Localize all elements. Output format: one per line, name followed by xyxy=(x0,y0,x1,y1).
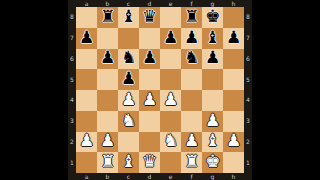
piece-white-knight: ♞ xyxy=(121,112,136,129)
rank-label-5: 5 xyxy=(68,69,76,90)
square-f1: ♜ xyxy=(181,152,202,173)
file-label-h: h xyxy=(223,173,244,180)
square-b4 xyxy=(97,90,118,111)
square-h3 xyxy=(223,111,244,132)
square-d1: ♛ xyxy=(139,152,160,173)
piece-black-pawn: ♟ xyxy=(226,29,241,46)
chess-board: ♜♝♛♜♚♟♟♟♝♟♟♞♟♞♟♟♟♟♟♞♟♟♟♞♟♝♟♜♝♛♜♚ xyxy=(76,7,244,173)
square-f5 xyxy=(181,69,202,90)
square-g6: ♟ xyxy=(202,49,223,70)
square-d7 xyxy=(139,28,160,49)
file-labels-top: abcdefgh xyxy=(76,0,244,7)
piece-white-pawn: ♟ xyxy=(205,112,220,129)
square-h1 xyxy=(223,152,244,173)
file-label-g: g xyxy=(202,0,223,7)
square-a5 xyxy=(76,69,97,90)
rank-label-7: 7 xyxy=(244,28,252,49)
piece-black-pawn: ♟ xyxy=(205,49,220,66)
piece-black-pawn: ♟ xyxy=(184,29,199,46)
piece-white-pawn: ♟ xyxy=(163,91,178,108)
piece-black-knight: ♞ xyxy=(184,49,199,66)
square-g2: ♝ xyxy=(202,132,223,153)
piece-white-king: ♚ xyxy=(205,153,220,170)
piece-white-pawn: ♟ xyxy=(121,91,136,108)
piece-black-bishop: ♝ xyxy=(205,29,220,46)
square-c8: ♝ xyxy=(118,7,139,28)
rank-label-3: 3 xyxy=(68,111,76,132)
square-a4 xyxy=(76,90,97,111)
piece-white-bishop: ♝ xyxy=(121,153,136,170)
rank-labels-right: 87654321 xyxy=(244,7,252,173)
square-a7: ♟ xyxy=(76,28,97,49)
rank-labels-left: 87654321 xyxy=(68,7,76,173)
file-label-a: a xyxy=(76,173,97,180)
square-b8: ♜ xyxy=(97,7,118,28)
rank-label-6: 6 xyxy=(68,49,76,70)
square-b1: ♜ xyxy=(97,152,118,173)
rank-label-2: 2 xyxy=(244,132,252,153)
square-b2: ♟ xyxy=(97,132,118,153)
square-e8 xyxy=(160,7,181,28)
square-f3 xyxy=(181,111,202,132)
square-c1: ♝ xyxy=(118,152,139,173)
file-label-b: b xyxy=(97,0,118,7)
piece-black-rook: ♜ xyxy=(184,8,199,25)
piece-black-bishop: ♝ xyxy=(121,8,136,25)
piece-white-pawn: ♟ xyxy=(100,132,115,149)
rank-label-1: 1 xyxy=(244,152,252,173)
piece-black-pawn: ♟ xyxy=(79,29,94,46)
piece-white-queen: ♛ xyxy=(142,153,157,170)
square-d8: ♛ xyxy=(139,7,160,28)
square-e1 xyxy=(160,152,181,173)
square-a3 xyxy=(76,111,97,132)
file-labels-bottom: abcdefgh xyxy=(76,173,244,180)
rank-label-6: 6 xyxy=(244,49,252,70)
square-a2: ♟ xyxy=(76,132,97,153)
square-b5 xyxy=(97,69,118,90)
square-h2: ♟ xyxy=(223,132,244,153)
piece-white-pawn: ♟ xyxy=(79,132,94,149)
square-d4: ♟ xyxy=(139,90,160,111)
square-d6: ♟ xyxy=(139,49,160,70)
square-h7: ♟ xyxy=(223,28,244,49)
square-f2: ♟ xyxy=(181,132,202,153)
square-e7: ♟ xyxy=(160,28,181,49)
piece-white-pawn: ♟ xyxy=(226,132,241,149)
piece-white-rook: ♜ xyxy=(100,153,115,170)
rank-label-4: 4 xyxy=(68,90,76,111)
file-label-e: e xyxy=(160,0,181,7)
rank-label-7: 7 xyxy=(68,28,76,49)
piece-black-pawn: ♟ xyxy=(121,70,136,87)
piece-black-queen: ♛ xyxy=(142,8,157,25)
square-g3: ♟ xyxy=(202,111,223,132)
rank-label-5: 5 xyxy=(244,69,252,90)
square-d3 xyxy=(139,111,160,132)
square-d5 xyxy=(139,69,160,90)
file-label-e: e xyxy=(160,173,181,180)
square-b7 xyxy=(97,28,118,49)
square-a6 xyxy=(76,49,97,70)
video-frame: abcdefgh 87654321 ♜♝♛♜♚♟♟♟♝♟♟♞♟♞♟♟♟♟♟♞♟♟… xyxy=(0,0,320,180)
rank-label-8: 8 xyxy=(244,7,252,28)
square-c2 xyxy=(118,132,139,153)
file-label-b: b xyxy=(97,173,118,180)
square-h8 xyxy=(223,7,244,28)
square-c5: ♟ xyxy=(118,69,139,90)
rank-label-3: 3 xyxy=(244,111,252,132)
file-label-h: h xyxy=(223,0,244,7)
piece-black-pawn: ♟ xyxy=(163,29,178,46)
file-label-g: g xyxy=(202,173,223,180)
square-g4 xyxy=(202,90,223,111)
square-a8 xyxy=(76,7,97,28)
rank-label-4: 4 xyxy=(244,90,252,111)
square-a1 xyxy=(76,152,97,173)
square-f8: ♜ xyxy=(181,7,202,28)
piece-black-knight: ♞ xyxy=(121,49,136,66)
piece-white-pawn: ♟ xyxy=(142,91,157,108)
square-e5 xyxy=(160,69,181,90)
file-label-d: d xyxy=(139,0,160,7)
rank-label-2: 2 xyxy=(68,132,76,153)
square-e3 xyxy=(160,111,181,132)
square-e4: ♟ xyxy=(160,90,181,111)
square-h6 xyxy=(223,49,244,70)
piece-white-pawn: ♟ xyxy=(184,132,199,149)
square-b3 xyxy=(97,111,118,132)
square-c6: ♞ xyxy=(118,49,139,70)
piece-black-rook: ♜ xyxy=(100,8,115,25)
file-label-f: f xyxy=(181,173,202,180)
square-f7: ♟ xyxy=(181,28,202,49)
square-c4: ♟ xyxy=(118,90,139,111)
square-e2: ♞ xyxy=(160,132,181,153)
file-label-f: f xyxy=(181,0,202,7)
square-c3: ♞ xyxy=(118,111,139,132)
piece-white-knight: ♞ xyxy=(163,132,178,149)
rank-label-1: 1 xyxy=(68,152,76,173)
piece-white-bishop: ♝ xyxy=(205,132,220,149)
square-g1: ♚ xyxy=(202,152,223,173)
square-g5 xyxy=(202,69,223,90)
file-label-a: a xyxy=(76,0,97,7)
square-g8: ♚ xyxy=(202,7,223,28)
piece-black-pawn: ♟ xyxy=(142,49,157,66)
square-h5 xyxy=(223,69,244,90)
piece-black-pawn: ♟ xyxy=(100,49,115,66)
square-d2 xyxy=(139,132,160,153)
file-label-c: c xyxy=(118,0,139,7)
square-h4 xyxy=(223,90,244,111)
rank-label-8: 8 xyxy=(68,7,76,28)
piece-white-rook: ♜ xyxy=(184,153,199,170)
square-g7: ♝ xyxy=(202,28,223,49)
square-e6 xyxy=(160,49,181,70)
square-f6: ♞ xyxy=(181,49,202,70)
file-label-c: c xyxy=(118,173,139,180)
chess-board-block: abcdefgh 87654321 ♜♝♛♜♚♟♟♟♝♟♟♞♟♞♟♟♟♟♟♞♟♟… xyxy=(68,0,252,180)
square-b6: ♟ xyxy=(97,49,118,70)
piece-black-king: ♚ xyxy=(205,8,220,25)
file-label-d: d xyxy=(139,173,160,180)
square-f4 xyxy=(181,90,202,111)
square-c7 xyxy=(118,28,139,49)
